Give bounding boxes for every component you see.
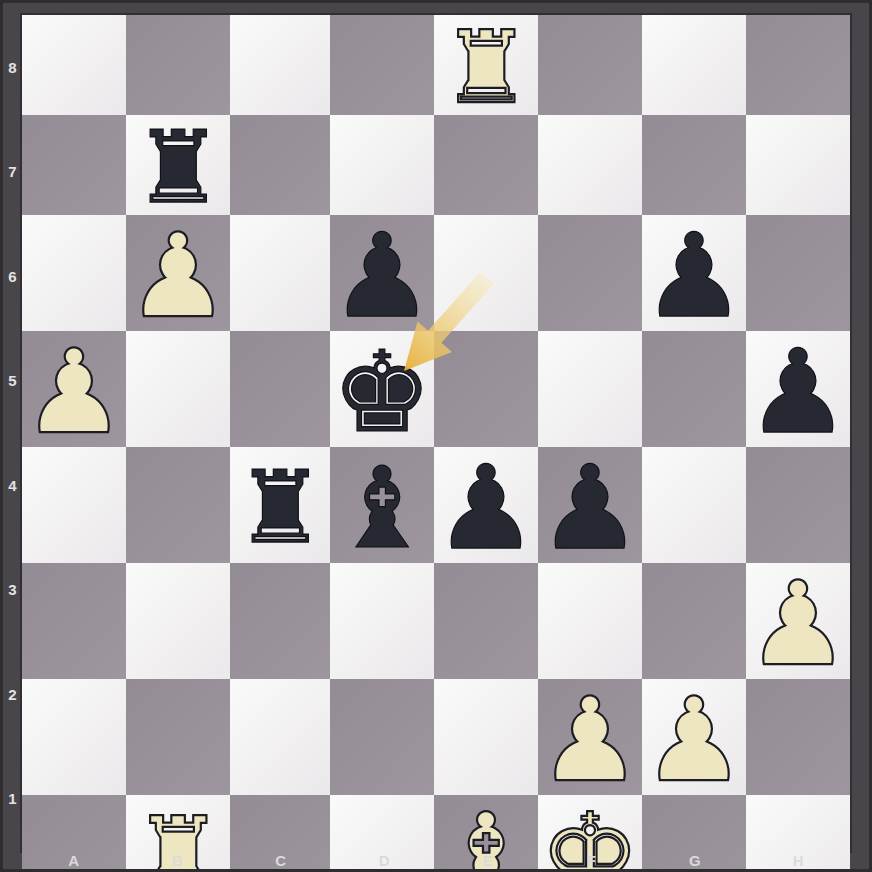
square-f2[interactable]: ♟ [538, 679, 642, 795]
square-c5[interactable] [230, 331, 330, 447]
white-pawn-a5: ♟ [22, 334, 126, 450]
square-a3[interactable] [22, 563, 126, 679]
square-h3[interactable]: ♟ [746, 563, 850, 679]
square-d2[interactable] [330, 679, 434, 795]
file-label-a: A [22, 851, 126, 869]
square-h7[interactable] [746, 115, 850, 215]
black-rook-c4: ♜ [235, 458, 325, 558]
rank-label-6: 6 [3, 224, 22, 329]
file-label-g: G [643, 851, 747, 869]
square-b7[interactable]: ♜ [126, 115, 230, 215]
rank-labels: 87654321 [3, 15, 22, 851]
square-h6[interactable] [746, 215, 850, 331]
black-king-d5: ♚ [332, 336, 432, 448]
white-pawn-b6: ♟ [126, 218, 230, 334]
square-g4[interactable] [642, 447, 746, 563]
square-c4[interactable]: ♜ [230, 447, 330, 563]
rank-label-3: 3 [3, 538, 22, 643]
square-d6[interactable]: ♟ [330, 215, 434, 331]
square-b4[interactable] [126, 447, 230, 563]
square-b3[interactable] [126, 563, 230, 679]
square-c2[interactable] [230, 679, 330, 795]
square-e3[interactable] [434, 563, 538, 679]
square-a7[interactable] [22, 115, 126, 215]
square-g8[interactable] [642, 15, 746, 115]
file-label-h: H [747, 851, 851, 869]
square-a6[interactable] [22, 215, 126, 331]
black-pawn-d6: ♟ [330, 218, 434, 334]
square-d7[interactable] [330, 115, 434, 215]
square-a4[interactable] [22, 447, 126, 563]
square-e5[interactable] [434, 331, 538, 447]
square-h5[interactable]: ♟ [746, 331, 850, 447]
white-rook-e8: ♜ [441, 18, 531, 118]
black-pawn-f4: ♟ [538, 450, 642, 566]
square-e4[interactable]: ♟ [434, 447, 538, 563]
square-c7[interactable] [230, 115, 330, 215]
square-b8[interactable] [126, 15, 230, 115]
black-pawn-g6: ♟ [642, 218, 746, 334]
chess-board-grid: ♜♜♟♟♟♟♚♟♜♝♟♟♟♟♟♜♝♚ [22, 15, 850, 851]
square-e7[interactable] [434, 115, 538, 215]
file-label-b: B [126, 851, 230, 869]
black-pawn-e4: ♟ [434, 450, 538, 566]
square-d3[interactable] [330, 563, 434, 679]
rank-label-8: 8 [3, 15, 22, 120]
white-pawn-f2: ♟ [538, 682, 642, 798]
square-f4[interactable]: ♟ [538, 447, 642, 563]
white-pawn-h3: ♟ [746, 566, 850, 682]
square-h2[interactable] [746, 679, 850, 795]
square-f8[interactable] [538, 15, 642, 115]
square-f7[interactable] [538, 115, 642, 215]
square-c8[interactable] [230, 15, 330, 115]
square-g2[interactable]: ♟ [642, 679, 746, 795]
square-g3[interactable] [642, 563, 746, 679]
square-f5[interactable] [538, 331, 642, 447]
square-e2[interactable] [434, 679, 538, 795]
square-g6[interactable]: ♟ [642, 215, 746, 331]
black-bishop-d4: ♝ [332, 452, 432, 564]
square-b5[interactable] [126, 331, 230, 447]
file-labels: ABCDEFGH [22, 851, 850, 869]
square-b2[interactable] [126, 679, 230, 795]
square-d8[interactable] [330, 15, 434, 115]
file-label-f: F [540, 851, 644, 869]
file-label-d: D [333, 851, 437, 869]
square-d4[interactable]: ♝ [330, 447, 434, 563]
square-a2[interactable] [22, 679, 126, 795]
chess-board-frame: 87654321 ♜♜♟♟♟♟♚♟♜♝♟♟♟♟♟♜♝♚ ABCDEFGH [0, 0, 872, 872]
square-g7[interactable] [642, 115, 746, 215]
square-h8[interactable] [746, 15, 850, 115]
square-h4[interactable] [746, 447, 850, 563]
rank-label-7: 7 [3, 120, 22, 225]
rank-label-5: 5 [3, 329, 22, 434]
square-f3[interactable] [538, 563, 642, 679]
square-c3[interactable] [230, 563, 330, 679]
square-e6[interactable] [434, 215, 538, 331]
square-g5[interactable] [642, 331, 746, 447]
square-f6[interactable] [538, 215, 642, 331]
square-c6[interactable] [230, 215, 330, 331]
square-e8[interactable]: ♜ [434, 15, 538, 115]
rank-label-1: 1 [3, 747, 22, 852]
rank-label-2: 2 [3, 642, 22, 747]
rank-label-4: 4 [3, 433, 22, 538]
black-rook-b7: ♜ [133, 118, 223, 218]
square-a5[interactable]: ♟ [22, 331, 126, 447]
black-pawn-h5: ♟ [746, 334, 850, 450]
file-label-c: C [229, 851, 333, 869]
file-label-e: E [436, 851, 540, 869]
square-d5[interactable]: ♚ [330, 331, 434, 447]
square-b6[interactable]: ♟ [126, 215, 230, 331]
square-a8[interactable] [22, 15, 126, 115]
white-pawn-g2: ♟ [642, 682, 746, 798]
